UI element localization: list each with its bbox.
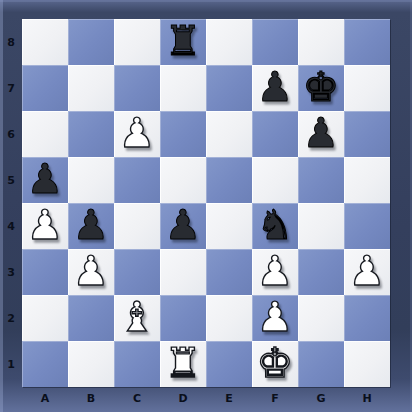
square-b3[interactable]: ♟ xyxy=(68,249,114,295)
square-g1[interactable] xyxy=(298,341,344,387)
piece-black-rook: ♜ xyxy=(165,18,202,64)
square-g2[interactable] xyxy=(298,295,344,341)
square-d6[interactable] xyxy=(160,111,206,157)
square-e1[interactable] xyxy=(206,341,252,387)
piece-white-rook: ♜ xyxy=(165,340,202,386)
piece-white-pawn: ♟ xyxy=(27,202,64,248)
square-e7[interactable] xyxy=(206,65,252,111)
chess-board: ♜♟♚♟♟♟♟♟♟♞♟♟♟♝♟♜♚ xyxy=(22,19,390,387)
piece-black-pawn: ♟ xyxy=(27,156,64,202)
square-e4[interactable] xyxy=(206,203,252,249)
square-c2[interactable]: ♝ xyxy=(114,295,160,341)
square-a6[interactable] xyxy=(22,111,68,157)
piece-black-pawn: ♟ xyxy=(165,202,202,248)
rank-label-2: 2 xyxy=(0,295,22,341)
square-e2[interactable] xyxy=(206,295,252,341)
square-h7[interactable] xyxy=(344,65,390,111)
square-a8[interactable] xyxy=(22,19,68,65)
square-d5[interactable] xyxy=(160,157,206,203)
square-g5[interactable] xyxy=(298,157,344,203)
piece-white-bishop: ♝ xyxy=(119,294,156,340)
square-c7[interactable] xyxy=(114,65,160,111)
piece-black-pawn: ♟ xyxy=(73,202,110,248)
square-f4[interactable]: ♞ xyxy=(252,203,298,249)
file-label-h: H xyxy=(344,389,390,407)
square-f7[interactable]: ♟ xyxy=(252,65,298,111)
square-c6[interactable]: ♟ xyxy=(114,111,160,157)
square-e3[interactable] xyxy=(206,249,252,295)
square-c1[interactable] xyxy=(114,341,160,387)
file-label-e: E xyxy=(206,389,252,407)
piece-black-king: ♚ xyxy=(303,64,340,110)
square-g4[interactable] xyxy=(298,203,344,249)
square-d7[interactable] xyxy=(160,65,206,111)
square-b6[interactable] xyxy=(68,111,114,157)
file-label-f: F xyxy=(252,389,298,407)
piece-white-pawn: ♟ xyxy=(73,248,110,294)
square-g3[interactable] xyxy=(298,249,344,295)
file-label-g: G xyxy=(298,389,344,407)
square-h6[interactable] xyxy=(344,111,390,157)
square-b2[interactable] xyxy=(68,295,114,341)
piece-white-pawn: ♟ xyxy=(257,294,294,340)
piece-black-knight: ♞ xyxy=(257,202,294,248)
square-e5[interactable] xyxy=(206,157,252,203)
square-c3[interactable] xyxy=(114,249,160,295)
square-a1[interactable] xyxy=(22,341,68,387)
square-b7[interactable] xyxy=(68,65,114,111)
square-d2[interactable] xyxy=(160,295,206,341)
square-f5[interactable] xyxy=(252,157,298,203)
rank-label-5: 5 xyxy=(0,157,22,203)
square-a4[interactable]: ♟ xyxy=(22,203,68,249)
square-e8[interactable] xyxy=(206,19,252,65)
square-g6[interactable]: ♟ xyxy=(298,111,344,157)
square-e6[interactable] xyxy=(206,111,252,157)
rank-label-4: 4 xyxy=(0,203,22,249)
square-f6[interactable] xyxy=(252,111,298,157)
square-c5[interactable] xyxy=(114,157,160,203)
square-a3[interactable] xyxy=(22,249,68,295)
file-label-a: A xyxy=(22,389,68,407)
piece-black-pawn: ♟ xyxy=(257,64,294,110)
square-f8[interactable] xyxy=(252,19,298,65)
square-d1[interactable]: ♜ xyxy=(160,341,206,387)
piece-white-pawn: ♟ xyxy=(257,248,294,294)
square-f2[interactable]: ♟ xyxy=(252,295,298,341)
chess-board-frame: 87654321 ♜♟♚♟♟♟♟♟♟♞♟♟♟♝♟♜♚ ABCDEFGH xyxy=(0,0,412,412)
square-b8[interactable] xyxy=(68,19,114,65)
square-f3[interactable]: ♟ xyxy=(252,249,298,295)
square-d4[interactable]: ♟ xyxy=(160,203,206,249)
square-d3[interactable] xyxy=(160,249,206,295)
square-h2[interactable] xyxy=(344,295,390,341)
square-b4[interactable]: ♟ xyxy=(68,203,114,249)
file-label-c: C xyxy=(114,389,160,407)
rank-label-6: 6 xyxy=(0,111,22,157)
square-a5[interactable]: ♟ xyxy=(22,157,68,203)
piece-white-pawn: ♟ xyxy=(119,110,156,156)
rank-labels: 87654321 xyxy=(0,19,22,387)
square-b5[interactable] xyxy=(68,157,114,203)
file-label-d: D xyxy=(160,389,206,407)
rank-label-3: 3 xyxy=(0,249,22,295)
piece-white-pawn: ♟ xyxy=(349,248,386,294)
file-labels: ABCDEFGH xyxy=(22,389,390,407)
square-g8[interactable] xyxy=(298,19,344,65)
file-label-b: B xyxy=(68,389,114,407)
square-a2[interactable] xyxy=(22,295,68,341)
rank-label-7: 7 xyxy=(0,65,22,111)
square-a7[interactable] xyxy=(22,65,68,111)
square-h3[interactable]: ♟ xyxy=(344,249,390,295)
square-b1[interactable] xyxy=(68,341,114,387)
rank-label-1: 1 xyxy=(0,341,22,387)
square-d8[interactable]: ♜ xyxy=(160,19,206,65)
square-c8[interactable] xyxy=(114,19,160,65)
square-h4[interactable] xyxy=(344,203,390,249)
piece-black-pawn: ♟ xyxy=(303,110,340,156)
square-g7[interactable]: ♚ xyxy=(298,65,344,111)
square-h8[interactable] xyxy=(344,19,390,65)
square-h5[interactable] xyxy=(344,157,390,203)
rank-label-8: 8 xyxy=(0,19,22,65)
square-h1[interactable] xyxy=(344,341,390,387)
square-f1[interactable]: ♚ xyxy=(252,341,298,387)
square-c4[interactable] xyxy=(114,203,160,249)
piece-white-king: ♚ xyxy=(257,340,294,386)
